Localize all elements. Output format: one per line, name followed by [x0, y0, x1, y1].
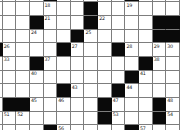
cell-r4c13[interactable]: 30: [166, 43, 180, 57]
cell-r8c9[interactable]: 47: [112, 98, 126, 112]
cell-r5c4[interactable]: 37: [44, 57, 58, 71]
cell-r5c8[interactable]: [98, 57, 112, 71]
clue-number-19: 19: [126, 3, 132, 8]
cell-r6c1[interactable]: [3, 71, 17, 85]
cell-r10c9[interactable]: [112, 125, 126, 130]
cell-r6c11[interactable]: 41: [139, 71, 153, 85]
cell-r7c3[interactable]: [30, 84, 44, 98]
cell-r4c12[interactable]: 29: [153, 43, 167, 57]
cell-r10c6[interactable]: [71, 125, 85, 130]
cell-r1c13[interactable]: [166, 2, 180, 16]
clue-number-29: 29: [154, 44, 160, 49]
cell-r9c2[interactable]: 52: [16, 112, 30, 126]
cell-r2c12-black: [153, 16, 167, 30]
clue-number-41: 41: [140, 71, 146, 76]
cell-r9c13[interactable]: 54: [166, 112, 180, 126]
cell-r5c3-black: [30, 57, 44, 71]
cell-r8c5[interactable]: 46: [57, 98, 71, 112]
clue-number-57: 57: [140, 126, 146, 130]
cell-r7c6[interactable]: 43: [71, 84, 85, 98]
crossword-puzzle: 1819212224252627282930333738404143444546…: [0, 0, 180, 130]
cell-r1c3[interactable]: [30, 2, 44, 16]
cell-r2c9[interactable]: [112, 16, 126, 30]
cell-r2c3-black: [30, 16, 44, 30]
clue-number-38: 38: [154, 57, 160, 62]
cell-r3c9[interactable]: [112, 30, 126, 44]
cell-r9c8-black: [98, 112, 112, 126]
cell-r7c9-black: [112, 84, 126, 98]
clue-number-48: 48: [167, 98, 173, 103]
cell-r3c6-black: [71, 30, 85, 44]
clue-number-37: 37: [45, 57, 51, 62]
cell-r10c3[interactable]: [30, 125, 44, 130]
cell-r3c13-black: [166, 30, 180, 44]
clue-number-40: 40: [31, 71, 37, 76]
cell-r5c6[interactable]: [71, 57, 85, 71]
cell-r9c10[interactable]: [125, 112, 139, 126]
clue-number-27: 27: [72, 44, 78, 49]
cell-r9c5[interactable]: [57, 112, 71, 126]
cell-r1c2[interactable]: [16, 2, 30, 16]
clue-number-28: 28: [126, 44, 132, 49]
cell-r1c6[interactable]: [71, 2, 85, 16]
clue-number-33: 33: [4, 57, 10, 62]
cell-r6c3[interactable]: 40: [30, 71, 44, 85]
clue-number-47: 47: [113, 98, 119, 103]
cell-r1c12[interactable]: [153, 2, 167, 16]
cell-r10c1[interactable]: [3, 125, 17, 130]
cell-r7c5-black: [57, 84, 71, 98]
cell-r4c11[interactable]: [139, 43, 153, 57]
clue-number-26: 26: [4, 44, 10, 49]
cell-r5c2[interactable]: [16, 57, 30, 71]
cell-r6c12[interactable]: [153, 71, 167, 85]
cell-r3c3[interactable]: 24: [30, 30, 44, 44]
cell-r2c7-black: [84, 16, 98, 30]
cell-r4c9-black: [112, 43, 126, 57]
cell-r9c9[interactable]: 53: [112, 112, 126, 126]
cell-r3c7[interactable]: 25: [84, 30, 98, 44]
cell-r2c1[interactable]: [3, 16, 17, 30]
cell-r9c1[interactable]: 51: [3, 112, 17, 126]
cell-r8c13[interactable]: 48: [166, 98, 180, 112]
cell-r8c12-black: [153, 98, 167, 112]
clue-number-51: 51: [4, 112, 10, 117]
cell-r6c2[interactable]: [16, 71, 30, 85]
clue-number-45: 45: [31, 98, 37, 103]
cell-r5c11-black: [139, 57, 153, 71]
cell-r10c11[interactable]: 57: [139, 125, 153, 130]
cell-r3c1[interactable]: [3, 30, 17, 44]
cell-r4c7[interactable]: [84, 43, 98, 57]
cell-r8c11[interactable]: [139, 98, 153, 112]
cell-r10c12[interactable]: [153, 125, 167, 130]
clue-number-25: 25: [85, 30, 91, 35]
cell-r3c11[interactable]: [139, 30, 153, 44]
cell-r9c6[interactable]: [71, 112, 85, 126]
cell-r6c8[interactable]: [98, 71, 112, 85]
cell-r2c5[interactable]: [57, 16, 71, 30]
cell-r10c13[interactable]: [166, 125, 180, 130]
cell-r7c13[interactable]: [166, 84, 180, 98]
cell-r3c4[interactable]: [44, 30, 58, 44]
clue-number-46: 46: [58, 98, 64, 103]
cell-r3c2[interactable]: [16, 30, 30, 44]
cell-r7c7[interactable]: [84, 84, 98, 98]
cell-r8c4[interactable]: [44, 98, 58, 112]
cell-r2c6[interactable]: [71, 16, 85, 30]
clue-number-24: 24: [31, 30, 37, 35]
cell-r7c1[interactable]: [3, 84, 17, 98]
clue-number-44: 44: [126, 85, 132, 90]
cell-r3c10[interactable]: [125, 30, 139, 44]
cell-r8c8-black: [98, 98, 112, 112]
cell-r7c4[interactable]: [44, 84, 58, 98]
cell-r4c6[interactable]: 27: [71, 43, 85, 57]
cell-r1c7-black: [84, 2, 98, 16]
cell-r10c7[interactable]: [84, 125, 98, 130]
cell-r2c11[interactable]: [139, 16, 153, 30]
cell-r6c4[interactable]: [44, 71, 58, 85]
clue-number-22: 22: [99, 16, 105, 21]
cell-r6c6[interactable]: [71, 71, 85, 85]
cell-r8c7[interactable]: [84, 98, 98, 112]
cell-r10c10-black: [125, 125, 139, 130]
cell-r1c5[interactable]: [57, 2, 71, 16]
cell-r6c7[interactable]: [84, 71, 98, 85]
cell-r6c13[interactable]: [166, 71, 180, 85]
cell-r7c10[interactable]: 44: [125, 84, 139, 98]
cell-r4c5-black: [57, 43, 71, 57]
cell-r3c12-black: [153, 30, 167, 44]
cell-r9c3[interactable]: [30, 112, 44, 126]
clue-number-18: 18: [45, 3, 51, 8]
cell-r8c6[interactable]: [71, 98, 85, 112]
cell-r1c11[interactable]: [139, 2, 153, 16]
cell-r8c2-black: [16, 98, 30, 112]
cell-r4c2[interactable]: [16, 43, 30, 57]
cell-r5c7[interactable]: [84, 57, 98, 71]
cell-r8c10[interactable]: [125, 98, 139, 112]
cell-r1c4[interactable]: 18: [44, 2, 58, 16]
cell-r1c8[interactable]: [98, 2, 112, 16]
cell-r5c13[interactable]: [166, 57, 180, 71]
cell-r7c12[interactable]: [153, 84, 167, 98]
cell-r1c1[interactable]: [3, 2, 17, 16]
cell-r2c8[interactable]: 22: [98, 16, 112, 30]
clue-number-54: 54: [167, 112, 173, 117]
cell-r9c4[interactable]: [44, 112, 58, 126]
cell-r7c11[interactable]: [139, 84, 153, 98]
cell-r4c1[interactable]: 26: [3, 43, 17, 57]
clue-number-43: 43: [72, 85, 78, 90]
cell-r6c10-black: [125, 71, 139, 85]
crossword-grid: 1819212224252627282930333738404143444546…: [0, 0, 180, 130]
clue-number-52: 52: [17, 112, 23, 117]
cell-r9c11[interactable]: [139, 112, 153, 126]
cell-r9c12-black: [153, 112, 167, 126]
cell-r10c2[interactable]: [16, 125, 30, 130]
cell-r8c3[interactable]: 45: [30, 98, 44, 112]
cell-r7c8[interactable]: [98, 84, 112, 98]
cell-r1c9[interactable]: [112, 2, 126, 16]
cell-r10c8[interactable]: [98, 125, 112, 130]
cell-r10c5[interactable]: 56: [57, 125, 71, 130]
cell-r2c13-black: [166, 16, 180, 30]
clue-number-30: 30: [167, 44, 173, 49]
cell-r5c1[interactable]: 33: [3, 57, 17, 71]
clue-number-21: 21: [45, 16, 51, 21]
cell-r5c5[interactable]: [57, 57, 71, 71]
cell-r3c8[interactable]: [98, 30, 112, 44]
cell-r4c4[interactable]: [44, 43, 58, 57]
cell-r2c4[interactable]: 21: [44, 16, 58, 30]
cell-r6c9[interactable]: [112, 71, 126, 85]
cell-r10c4-black: [44, 125, 58, 130]
clue-number-53: 53: [113, 112, 119, 117]
cell-r7c2[interactable]: [16, 84, 30, 98]
cell-r6c5[interactable]: [57, 71, 71, 85]
cell-r3c5[interactable]: [57, 30, 71, 44]
cell-r2c2[interactable]: [16, 16, 30, 30]
cell-r8c1-black: [3, 98, 17, 112]
cell-r2c10[interactable]: [125, 16, 139, 30]
cell-r5c10[interactable]: [125, 57, 139, 71]
cell-r4c3[interactable]: [30, 43, 44, 57]
cell-r5c12[interactable]: 38: [153, 57, 167, 71]
cell-r9c7[interactable]: [84, 112, 98, 126]
cell-r5c9[interactable]: [112, 57, 126, 71]
clue-number-56: 56: [58, 126, 64, 130]
cell-r4c10[interactable]: 28: [125, 43, 139, 57]
cell-r1c10[interactable]: 19: [125, 2, 139, 16]
cell-r4c8[interactable]: [98, 43, 112, 57]
